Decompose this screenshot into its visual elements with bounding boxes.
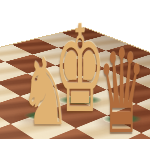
chess-set-photo: ♞ ♚ ♛ — [0, 0, 150, 150]
white-knight-piece: ♞ — [20, 47, 71, 139]
black-queen-piece: ♛ — [98, 35, 145, 150]
